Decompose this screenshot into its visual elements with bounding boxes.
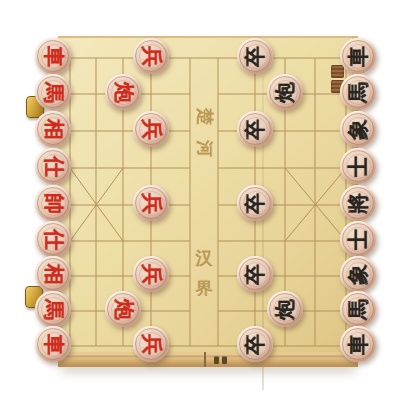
piece-character: 象 — [348, 119, 369, 140]
piece-red-soldier[interactable]: 兵 — [133, 185, 169, 221]
piece-black-soldier[interactable]: 卒 — [237, 256, 273, 292]
piece-character: 兵 — [141, 334, 162, 355]
bottom-edge-seam — [204, 352, 206, 367]
piece-character: 車 — [348, 334, 369, 355]
piece-character: 馬 — [43, 82, 64, 103]
piece-black-horse[interactable]: 馬 — [340, 74, 376, 110]
piece-black-horse[interactable]: 馬 — [340, 291, 376, 327]
piece-character: 馬 — [348, 299, 369, 320]
piece-red-cannon[interactable]: 炮 — [105, 291, 141, 327]
piece-red-soldier[interactable]: 兵 — [133, 111, 169, 147]
piece-character: 象 — [348, 264, 369, 285]
piece-character: 將 — [348, 193, 369, 214]
piece-black-soldier[interactable]: 卒 — [237, 38, 273, 74]
piece-red-elephant[interactable]: 相 — [35, 256, 71, 292]
piece-character: 炮 — [275, 82, 296, 103]
maker-seal-top — [331, 65, 344, 78]
edge-screw-right — [222, 356, 227, 364]
piece-red-elephant[interactable]: 相 — [35, 111, 71, 147]
piece-character: 仕 — [43, 229, 64, 250]
piece-character: 炮 — [113, 299, 134, 320]
piece-character: 帥 — [43, 193, 64, 214]
piece-red-advisor[interactable]: 仕 — [35, 148, 71, 184]
piece-character: 相 — [43, 119, 64, 140]
piece-red-horse[interactable]: 馬 — [35, 291, 71, 327]
piece-character: 相 — [43, 264, 64, 285]
piece-character: 卒 — [245, 193, 266, 214]
product-photo-stage: 楚 河 汉 界 車馬相仕帥仕相馬車炮炮兵兵兵兵兵卒卒卒卒卒炮炮車馬象士將士象馬車 — [0, 0, 400, 400]
piece-character: 兵 — [141, 119, 162, 140]
piece-character: 兵 — [141, 46, 162, 67]
piece-red-advisor[interactable]: 仕 — [35, 221, 71, 257]
piece-black-cannon[interactable]: 炮 — [267, 74, 303, 110]
piece-character: 車 — [348, 46, 369, 67]
piece-black-soldier[interactable]: 卒 — [237, 111, 273, 147]
piece-black-soldier[interactable]: 卒 — [237, 185, 273, 221]
piece-character: 炮 — [113, 82, 134, 103]
piece-red-cannon[interactable]: 炮 — [105, 74, 141, 110]
piece-character: 兵 — [141, 264, 162, 285]
piece-red-chariot[interactable]: 車 — [35, 38, 71, 74]
piece-black-elephant[interactable]: 象 — [340, 111, 376, 147]
river-text-he: 河 — [196, 134, 213, 164]
piece-red-soldier[interactable]: 兵 — [133, 256, 169, 292]
piece-character: 兵 — [141, 193, 162, 214]
river-text-chu: 楚 — [196, 102, 213, 132]
piece-red-general[interactable]: 帥 — [35, 185, 71, 221]
piece-character: 仕 — [43, 156, 64, 177]
piece-black-chariot[interactable]: 車 — [340, 326, 376, 362]
piece-red-soldier[interactable]: 兵 — [133, 38, 169, 74]
piece-black-chariot[interactable]: 車 — [340, 38, 376, 74]
piece-black-cannon[interactable]: 炮 — [267, 291, 303, 327]
piece-character: 卒 — [245, 334, 266, 355]
river-text-jie: 界 — [189, 280, 219, 297]
piece-black-advisor[interactable]: 士 — [340, 221, 376, 257]
piece-character: 馬 — [43, 299, 64, 320]
piece-black-advisor[interactable]: 士 — [340, 148, 376, 184]
piece-red-soldier[interactable]: 兵 — [133, 326, 169, 362]
xiangqi-board: 楚 河 汉 界 — [58, 36, 358, 354]
piece-character: 馬 — [348, 82, 369, 103]
board-bottom-edge — [58, 352, 358, 367]
board-grid — [58, 38, 358, 354]
piece-character: 車 — [43, 334, 64, 355]
piece-character: 卒 — [245, 46, 266, 67]
piece-red-horse[interactable]: 馬 — [35, 74, 71, 110]
piece-character: 炮 — [275, 299, 296, 320]
piece-character: 卒 — [245, 119, 266, 140]
edge-screw-left — [214, 356, 219, 364]
piece-red-chariot[interactable]: 車 — [35, 326, 71, 362]
piece-character: 車 — [43, 46, 64, 67]
piece-black-soldier[interactable]: 卒 — [237, 326, 273, 362]
piece-character: 卒 — [245, 264, 266, 285]
piece-black-elephant[interactable]: 象 — [340, 256, 376, 292]
piece-black-general[interactable]: 將 — [340, 185, 376, 221]
river-text-han: 汉 — [189, 250, 219, 267]
piece-character: 士 — [348, 229, 369, 250]
piece-character: 士 — [348, 156, 369, 177]
